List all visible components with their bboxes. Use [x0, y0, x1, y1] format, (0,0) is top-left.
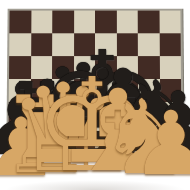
light-pawn-right-piece: ♟ [132, 100, 190, 188]
chess-pieces: ♟♜♛♚♝♞♟♟♜♛♚♝♞♟ [0, 0, 190, 190]
chess-set-photo: ♟♜♛♚♝♞♟♟♜♛♚♝♞♟ [0, 0, 190, 190]
